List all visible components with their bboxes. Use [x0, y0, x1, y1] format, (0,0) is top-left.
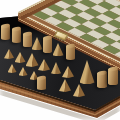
chess-piece-cylinder [1, 25, 10, 40]
chess-piece-cone [51, 62, 61, 74]
chess-piece-pyramid [26, 53, 39, 67]
chess-piece-cone [80, 60, 95, 84]
chess-piece-pyramid [38, 59, 50, 71]
chess-piece-cone [32, 37, 43, 50]
chess-piece-cylinder [108, 68, 118, 85]
chess-piece-cone [53, 43, 64, 56]
chess-piece-cylinder [12, 28, 21, 43]
chess-piece-pyramid [15, 52, 26, 63]
chess-piece-pyramid [73, 84, 85, 97]
chess-piece-pyramid [59, 79, 71, 92]
chess-piece-cylinder [37, 77, 46, 90]
piece-top-cap [108, 66, 119, 72]
chess-piece-pyramid [4, 49, 14, 59]
piece-top-cap [11, 26, 21, 32]
chess-piece-cylinder [97, 72, 107, 88]
piece-top-cap [36, 75, 46, 81]
piece-top-cap [0, 23, 10, 29]
chess-piece-pyramid [62, 66, 74, 78]
piece-top-cap [22, 31, 32, 37]
chess-piece-pyramid [8, 64, 17, 73]
chess-piece-cylinder [66, 45, 75, 60]
chess-set-photo [0, 0, 120, 120]
chess-piece-cylinder [23, 33, 32, 47]
piece-top-cap [42, 35, 52, 41]
tray-pieces [0, 0, 120, 120]
piece-top-cap [65, 43, 75, 49]
chess-piece-cylinder [43, 37, 52, 53]
piece-top-cap [97, 70, 108, 76]
chess-piece-pyramid [19, 67, 28, 76]
